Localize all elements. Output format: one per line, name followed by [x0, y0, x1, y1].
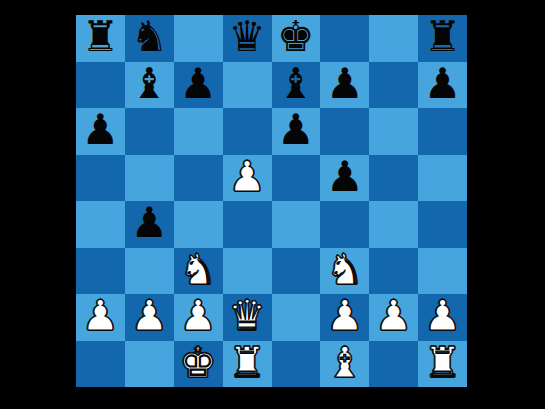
square-g6[interactable] — [369, 108, 418, 155]
square-g2[interactable]: ♟ — [369, 294, 418, 341]
square-a7[interactable] — [76, 62, 125, 109]
white-pawn-piece: ♟ — [130, 295, 168, 337]
black-rook-piece: ♜ — [82, 16, 120, 58]
square-a6[interactable]: ♟ — [76, 108, 125, 155]
square-e8[interactable]: ♚ — [272, 15, 321, 62]
square-f8[interactable] — [320, 15, 369, 62]
square-b3[interactable] — [125, 248, 174, 295]
square-c8[interactable] — [174, 15, 223, 62]
black-bishop-piece: ♝ — [277, 63, 315, 105]
square-f5[interactable]: ♟ — [320, 155, 369, 202]
white-bishop-piece: ♝ — [326, 342, 364, 384]
black-queen-piece: ♛ — [228, 16, 266, 58]
square-a4[interactable] — [76, 201, 125, 248]
square-h3[interactable] — [418, 248, 467, 295]
square-a2[interactable]: ♟ — [76, 294, 125, 341]
square-d6[interactable] — [223, 108, 272, 155]
square-e1[interactable] — [272, 341, 321, 388]
black-pawn-piece: ♟ — [277, 109, 315, 151]
square-c3[interactable]: ♞ — [174, 248, 223, 295]
black-rook-piece: ♜ — [424, 16, 462, 58]
square-e5[interactable] — [272, 155, 321, 202]
video-frame: ♜♞♛♚♜♝♟♝♟♟♟♟♟♟♟♞♞♟♟♟♛♟♟♟♚♜♝♜ — [0, 0, 545, 409]
square-a8[interactable]: ♜ — [76, 15, 125, 62]
black-pawn-piece: ♟ — [82, 109, 120, 151]
square-a5[interactable] — [76, 155, 125, 202]
square-d3[interactable] — [223, 248, 272, 295]
square-g8[interactable] — [369, 15, 418, 62]
white-rook-piece: ♜ — [424, 342, 462, 384]
square-f4[interactable] — [320, 201, 369, 248]
black-king-piece: ♚ — [277, 16, 315, 58]
square-c5[interactable] — [174, 155, 223, 202]
black-knight-piece: ♞ — [130, 16, 168, 58]
black-pawn-piece: ♟ — [326, 156, 364, 198]
black-pawn-piece: ♟ — [130, 202, 168, 244]
square-c6[interactable] — [174, 108, 223, 155]
black-pawn-piece: ♟ — [326, 63, 364, 105]
square-g7[interactable] — [369, 62, 418, 109]
square-h1[interactable]: ♜ — [418, 341, 467, 388]
square-b5[interactable] — [125, 155, 174, 202]
white-pawn-piece: ♟ — [326, 295, 364, 337]
white-pawn-piece: ♟ — [82, 295, 120, 337]
square-b7[interactable]: ♝ — [125, 62, 174, 109]
square-a3[interactable] — [76, 248, 125, 295]
square-d4[interactable] — [223, 201, 272, 248]
white-pawn-piece: ♟ — [375, 295, 413, 337]
white-pawn-piece: ♟ — [424, 295, 462, 337]
square-d7[interactable] — [223, 62, 272, 109]
square-g5[interactable] — [369, 155, 418, 202]
white-knight-piece: ♞ — [179, 249, 217, 291]
square-f6[interactable] — [320, 108, 369, 155]
square-f7[interactable]: ♟ — [320, 62, 369, 109]
square-b6[interactable] — [125, 108, 174, 155]
square-e4[interactable] — [272, 201, 321, 248]
square-h7[interactable]: ♟ — [418, 62, 467, 109]
square-g4[interactable] — [369, 201, 418, 248]
square-b1[interactable] — [125, 341, 174, 388]
square-h5[interactable] — [418, 155, 467, 202]
black-pawn-piece: ♟ — [424, 63, 462, 105]
white-rook-piece: ♜ — [228, 342, 266, 384]
square-a1[interactable] — [76, 341, 125, 388]
square-e3[interactable] — [272, 248, 321, 295]
square-d2[interactable]: ♛ — [223, 294, 272, 341]
square-e2[interactable] — [272, 294, 321, 341]
square-h2[interactable]: ♟ — [418, 294, 467, 341]
square-f1[interactable]: ♝ — [320, 341, 369, 388]
square-b8[interactable]: ♞ — [125, 15, 174, 62]
square-b4[interactable]: ♟ — [125, 201, 174, 248]
white-queen-piece: ♛ — [228, 295, 266, 337]
square-e7[interactable]: ♝ — [272, 62, 321, 109]
black-bishop-piece: ♝ — [130, 63, 168, 105]
square-c1[interactable]: ♚ — [174, 341, 223, 388]
square-g1[interactable] — [369, 341, 418, 388]
black-pawn-piece: ♟ — [179, 63, 217, 105]
white-pawn-piece: ♟ — [228, 156, 266, 198]
square-d1[interactable]: ♜ — [223, 341, 272, 388]
white-knight-piece: ♞ — [326, 249, 364, 291]
square-g3[interactable] — [369, 248, 418, 295]
square-c2[interactable]: ♟ — [174, 294, 223, 341]
square-d5[interactable]: ♟ — [223, 155, 272, 202]
white-pawn-piece: ♟ — [179, 295, 217, 337]
square-h4[interactable] — [418, 201, 467, 248]
square-f2[interactable]: ♟ — [320, 294, 369, 341]
square-e6[interactable]: ♟ — [272, 108, 321, 155]
chess-board: ♜♞♛♚♜♝♟♝♟♟♟♟♟♟♟♞♞♟♟♟♛♟♟♟♚♜♝♜ — [76, 15, 467, 387]
square-c7[interactable]: ♟ — [174, 62, 223, 109]
square-f3[interactable]: ♞ — [320, 248, 369, 295]
square-h6[interactable] — [418, 108, 467, 155]
square-b2[interactable]: ♟ — [125, 294, 174, 341]
square-c4[interactable] — [174, 201, 223, 248]
square-d8[interactable]: ♛ — [223, 15, 272, 62]
white-king-piece: ♚ — [179, 342, 217, 384]
square-h8[interactable]: ♜ — [418, 15, 467, 62]
